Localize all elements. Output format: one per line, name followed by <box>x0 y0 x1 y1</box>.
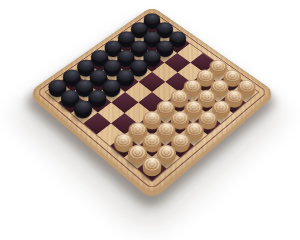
checkers-board: ⛂⛂⛂⛀⛀⛀⛂⛂⛂⛀⛀⛀⛂⛂⛂⛀⛀⛀⛂⛂⛂⛀⛀⛀⛂⛂⛂⛀⛀⛀⛂⛂⛂⛀⛀⛀⛂⛂⛂⛀… <box>29 6 275 196</box>
checkers-product-photo: ⛂⛂⛂⛀⛀⛀⛂⛂⛂⛀⛀⛀⛂⛂⛂⛀⛀⛀⛂⛂⛂⛀⛀⛀⛂⛂⛂⛀⛀⛀⛂⛂⛂⛀⛀⛀⛂⛂⛂⛀… <box>0 0 300 200</box>
